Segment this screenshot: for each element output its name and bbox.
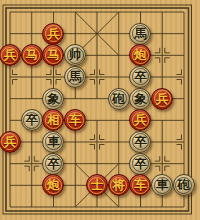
piece-character: 砲	[178, 175, 191, 195]
black-horse-piece[interactable]: 馬	[129, 23, 151, 45]
piece-character: 卒	[25, 110, 38, 130]
piece-character: 象	[134, 89, 147, 109]
piece-character: 車	[47, 132, 60, 152]
piece-character: 馬	[69, 67, 82, 87]
piece-character: 象	[47, 89, 60, 109]
piece-character: 帅	[69, 45, 82, 65]
red-cannon-piece[interactable]: 炮	[42, 174, 64, 196]
red-cannon-piece[interactable]: 炮	[129, 44, 151, 66]
red-horse-piece[interactable]: 马	[42, 44, 64, 66]
piece-character: 卒	[134, 67, 147, 87]
piece-character: 兵	[4, 132, 17, 152]
piece-character: 卒	[134, 132, 147, 152]
red-pawn-piece[interactable]: 兵	[129, 109, 151, 131]
piece-character: 砲	[112, 89, 125, 109]
black-pawn-piece[interactable]: 卒	[129, 66, 151, 88]
pieces-layer: 兵馬兵马马帅炮馬卒象砲象兵卒相车兵兵車卒卒卒炮士将车車砲	[0, 1, 195, 218]
piece-character: 兵	[4, 45, 17, 65]
piece-character: 炮	[47, 175, 60, 195]
red-pawn-piece[interactable]: 兵	[0, 131, 21, 153]
piece-character: 卒	[134, 154, 147, 174]
piece-character: 马	[25, 45, 38, 65]
black-general-piece[interactable]: 帅	[64, 44, 86, 66]
black-elephant-piece[interactable]: 象	[129, 88, 151, 110]
piece-character: 兵	[47, 24, 60, 44]
black-pawn-piece[interactable]: 卒	[21, 109, 43, 131]
black-cannon-piece[interactable]: 砲	[173, 174, 195, 196]
black-chariot-piece[interactable]: 車	[151, 174, 173, 196]
piece-character: 馬	[134, 24, 147, 44]
red-horse-piece[interactable]: 马	[21, 44, 43, 66]
red-elephant-piece[interactable]: 相	[42, 109, 64, 131]
piece-character: 車	[156, 175, 169, 195]
red-chariot-piece[interactable]: 车	[64, 109, 86, 131]
red-advisor-piece[interactable]: 士	[86, 174, 108, 196]
black-cannon-piece[interactable]: 砲	[108, 88, 130, 110]
piece-character: 车	[69, 110, 82, 130]
piece-character: 卒	[47, 154, 60, 174]
red-pawn-piece[interactable]: 兵	[151, 88, 173, 110]
piece-character: 兵	[134, 110, 147, 130]
black-chariot-piece[interactable]: 車	[42, 131, 64, 153]
black-pawn-piece[interactable]: 卒	[129, 153, 151, 175]
red-chariot-piece[interactable]: 车	[129, 174, 151, 196]
piece-character: 士	[91, 175, 104, 195]
black-pawn-piece[interactable]: 卒	[129, 131, 151, 153]
black-elephant-piece[interactable]: 象	[42, 88, 64, 110]
piece-character: 车	[134, 175, 147, 195]
red-general-piece[interactable]: 将	[108, 174, 130, 196]
piece-character: 相	[47, 110, 60, 130]
piece-character: 将	[112, 175, 125, 195]
red-pawn-piece[interactable]: 兵	[0, 44, 21, 66]
black-horse-piece[interactable]: 馬	[64, 66, 86, 88]
black-pawn-piece[interactable]: 卒	[42, 153, 64, 175]
xiangqi-board: 兵馬兵马马帅炮馬卒象砲象兵卒相车兵兵車卒卒卒炮士将车車砲	[0, 0, 200, 220]
piece-character: 炮	[134, 45, 147, 65]
piece-character: 兵	[156, 89, 169, 109]
piece-character: 马	[47, 45, 60, 65]
red-pawn-piece[interactable]: 兵	[42, 23, 64, 45]
